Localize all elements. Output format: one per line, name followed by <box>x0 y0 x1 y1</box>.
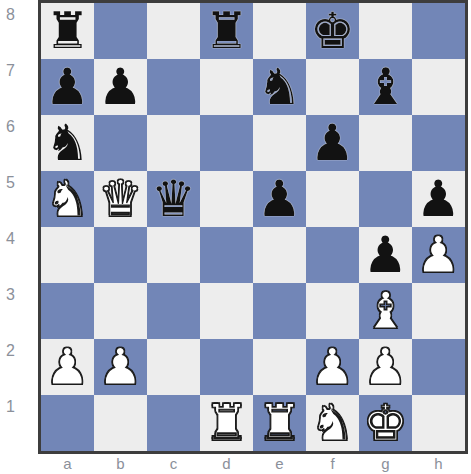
rank-labels: 87654321 <box>0 3 38 451</box>
white-pawn-g2[interactable]: ♟ <box>359 339 412 395</box>
rank-label-7: 7 <box>0 59 38 115</box>
square-h3[interactable] <box>412 283 465 339</box>
white-rook-d1[interactable]: ♜ <box>200 395 253 451</box>
square-c4[interactable] <box>147 227 200 283</box>
chess-board-diagram: 87654321 ♜♜♚♟♟♞♝♞♟♞♛♛♟♟♟♟♝♟♟♟♟♜♜♞♚ abcde… <box>0 0 471 474</box>
black-king-f8[interactable]: ♚ <box>306 3 359 59</box>
square-d4[interactable] <box>200 227 253 283</box>
file-label-h: h <box>412 454 465 474</box>
square-d6[interactable] <box>200 115 253 171</box>
square-f8[interactable]: ♚ <box>306 3 359 59</box>
square-e5[interactable]: ♟ <box>253 171 306 227</box>
white-knight-a5[interactable]: ♞ <box>41 171 94 227</box>
square-g5[interactable] <box>359 171 412 227</box>
file-label-d: d <box>200 454 253 474</box>
square-a5[interactable]: ♞ <box>41 171 94 227</box>
white-pawn-b2[interactable]: ♟ <box>94 339 147 395</box>
square-e2[interactable] <box>253 339 306 395</box>
square-a3[interactable] <box>41 283 94 339</box>
file-label-c: c <box>147 454 200 474</box>
square-g8[interactable] <box>359 3 412 59</box>
square-c8[interactable] <box>147 3 200 59</box>
square-e7[interactable]: ♞ <box>253 59 306 115</box>
square-e3[interactable] <box>253 283 306 339</box>
file-labels: abcdefgh <box>41 454 465 474</box>
white-queen-b5[interactable]: ♛ <box>94 171 147 227</box>
rank-label-6: 6 <box>0 115 38 171</box>
file-label-e: e <box>253 454 306 474</box>
square-a7[interactable]: ♟ <box>41 59 94 115</box>
square-b8[interactable] <box>94 3 147 59</box>
black-pawn-e5[interactable]: ♟ <box>253 171 306 227</box>
square-a8[interactable]: ♜ <box>41 3 94 59</box>
square-c5[interactable]: ♛ <box>147 171 200 227</box>
square-b2[interactable]: ♟ <box>94 339 147 395</box>
square-h5[interactable]: ♟ <box>412 171 465 227</box>
square-f3[interactable] <box>306 283 359 339</box>
square-h8[interactable] <box>412 3 465 59</box>
black-pawn-g4[interactable]: ♟ <box>359 227 412 283</box>
square-d3[interactable] <box>200 283 253 339</box>
black-pawn-b7[interactable]: ♟ <box>94 59 147 115</box>
white-king-g1[interactable]: ♚ <box>359 395 412 451</box>
square-f5[interactable] <box>306 171 359 227</box>
square-b3[interactable] <box>94 283 147 339</box>
square-h2[interactable] <box>412 339 465 395</box>
square-c2[interactable] <box>147 339 200 395</box>
white-bishop-g3[interactable]: ♝ <box>359 283 412 339</box>
square-g3[interactable]: ♝ <box>359 283 412 339</box>
white-pawn-a2[interactable]: ♟ <box>41 339 94 395</box>
black-bishop-g7[interactable]: ♝ <box>359 59 412 115</box>
rank-label-3: 3 <box>0 283 38 339</box>
square-f2[interactable]: ♟ <box>306 339 359 395</box>
square-c3[interactable] <box>147 283 200 339</box>
black-pawn-a7[interactable]: ♟ <box>41 59 94 115</box>
square-d2[interactable] <box>200 339 253 395</box>
white-pawn-h4[interactable]: ♟ <box>412 227 465 283</box>
square-h4[interactable]: ♟ <box>412 227 465 283</box>
file-label-g: g <box>359 454 412 474</box>
square-e8[interactable] <box>253 3 306 59</box>
black-knight-e7[interactable]: ♞ <box>253 59 306 115</box>
square-b7[interactable]: ♟ <box>94 59 147 115</box>
white-rook-e1[interactable]: ♜ <box>253 395 306 451</box>
square-a2[interactable]: ♟ <box>41 339 94 395</box>
square-g1[interactable]: ♚ <box>359 395 412 451</box>
black-pawn-h5[interactable]: ♟ <box>412 171 465 227</box>
file-label-f: f <box>306 454 359 474</box>
square-a4[interactable] <box>41 227 94 283</box>
square-h7[interactable] <box>412 59 465 115</box>
square-f7[interactable] <box>306 59 359 115</box>
black-knight-a6[interactable]: ♞ <box>41 115 94 171</box>
rank-label-4: 4 <box>0 227 38 283</box>
square-a6[interactable]: ♞ <box>41 115 94 171</box>
rank-label-1: 1 <box>0 395 38 451</box>
square-d5[interactable] <box>200 171 253 227</box>
square-f6[interactable]: ♟ <box>306 115 359 171</box>
square-d1[interactable]: ♜ <box>200 395 253 451</box>
square-h6[interactable] <box>412 115 465 171</box>
rank-label-8: 8 <box>0 3 38 59</box>
square-c1[interactable] <box>147 395 200 451</box>
white-knight-f1[interactable]: ♞ <box>306 395 359 451</box>
black-rook-a8[interactable]: ♜ <box>41 3 94 59</box>
square-e1[interactable]: ♜ <box>253 395 306 451</box>
square-g4[interactable]: ♟ <box>359 227 412 283</box>
square-g6[interactable] <box>359 115 412 171</box>
square-c6[interactable] <box>147 115 200 171</box>
square-b6[interactable] <box>94 115 147 171</box>
square-e6[interactable] <box>253 115 306 171</box>
rank-label-2: 2 <box>0 339 38 395</box>
square-e4[interactable] <box>253 227 306 283</box>
square-h1[interactable] <box>412 395 465 451</box>
black-rook-d8[interactable]: ♜ <box>200 3 253 59</box>
square-b4[interactable] <box>94 227 147 283</box>
square-f4[interactable] <box>306 227 359 283</box>
chess-board[interactable]: ♜♜♚♟♟♞♝♞♟♞♛♛♟♟♟♟♝♟♟♟♟♜♜♞♚ <box>38 0 468 454</box>
file-label-b: b <box>94 454 147 474</box>
square-f1[interactable]: ♞ <box>306 395 359 451</box>
square-a1[interactable] <box>41 395 94 451</box>
square-g2[interactable]: ♟ <box>359 339 412 395</box>
white-pawn-f2[interactable]: ♟ <box>306 339 359 395</box>
file-label-a: a <box>41 454 94 474</box>
rank-label-5: 5 <box>0 171 38 227</box>
square-b1[interactable] <box>94 395 147 451</box>
square-d7[interactable] <box>200 59 253 115</box>
square-d8[interactable]: ♜ <box>200 3 253 59</box>
square-g7[interactable]: ♝ <box>359 59 412 115</box>
black-pawn-f6[interactable]: ♟ <box>306 115 359 171</box>
square-c7[interactable] <box>147 59 200 115</box>
black-queen-c5[interactable]: ♛ <box>147 171 200 227</box>
square-b5[interactable]: ♛ <box>94 171 147 227</box>
